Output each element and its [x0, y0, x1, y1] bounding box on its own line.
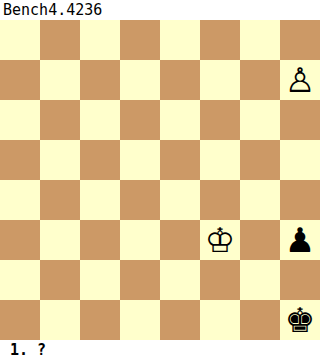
- square-a5[interactable]: [0, 140, 40, 180]
- square-b2[interactable]: [40, 260, 80, 300]
- square-e8[interactable]: [160, 20, 200, 60]
- square-f2[interactable]: [200, 260, 240, 300]
- square-g5[interactable]: [240, 140, 280, 180]
- square-b3[interactable]: [40, 220, 80, 260]
- position-title: Bench4.4236: [3, 1, 102, 20]
- square-h6[interactable]: [280, 100, 320, 140]
- square-a3[interactable]: [0, 220, 40, 260]
- square-c6[interactable]: [80, 100, 120, 140]
- square-h7[interactable]: ♙: [280, 60, 320, 100]
- square-f4[interactable]: [200, 180, 240, 220]
- square-c3[interactable]: [80, 220, 120, 260]
- square-g3[interactable]: [240, 220, 280, 260]
- square-a6[interactable]: [0, 100, 40, 140]
- square-d7[interactable]: [120, 60, 160, 100]
- square-g4[interactable]: [240, 180, 280, 220]
- square-e1[interactable]: [160, 300, 200, 340]
- square-f7[interactable]: [200, 60, 240, 100]
- square-g2[interactable]: [240, 260, 280, 300]
- square-c8[interactable]: [80, 20, 120, 60]
- square-c2[interactable]: [80, 260, 120, 300]
- square-f8[interactable]: [200, 20, 240, 60]
- square-d5[interactable]: [120, 140, 160, 180]
- square-f1[interactable]: [200, 300, 240, 340]
- square-d6[interactable]: [120, 100, 160, 140]
- square-h3[interactable]: ♟: [280, 220, 320, 260]
- square-a4[interactable]: [0, 180, 40, 220]
- square-h5[interactable]: [280, 140, 320, 180]
- black-pawn: ♟: [280, 220, 320, 260]
- square-g8[interactable]: [240, 20, 280, 60]
- square-e4[interactable]: [160, 180, 200, 220]
- square-f6[interactable]: [200, 100, 240, 140]
- square-a7[interactable]: [0, 60, 40, 100]
- square-c4[interactable]: [80, 180, 120, 220]
- move-prompt: 1. ?: [10, 340, 46, 360]
- black-king: ♚: [280, 300, 320, 340]
- square-d8[interactable]: [120, 20, 160, 60]
- square-c5[interactable]: [80, 140, 120, 180]
- square-a2[interactable]: [0, 260, 40, 300]
- square-f5[interactable]: [200, 140, 240, 180]
- square-e2[interactable]: [160, 260, 200, 300]
- square-b4[interactable]: [40, 180, 80, 220]
- square-f3[interactable]: ♔: [200, 220, 240, 260]
- square-b5[interactable]: [40, 140, 80, 180]
- square-d4[interactable]: [120, 180, 160, 220]
- square-h2[interactable]: [280, 260, 320, 300]
- square-b1[interactable]: [40, 300, 80, 340]
- square-b7[interactable]: [40, 60, 80, 100]
- square-e3[interactable]: [160, 220, 200, 260]
- square-d1[interactable]: [120, 300, 160, 340]
- square-d3[interactable]: [120, 220, 160, 260]
- white-king: ♔: [200, 220, 240, 260]
- white-pawn: ♙: [280, 60, 320, 100]
- square-e7[interactable]: [160, 60, 200, 100]
- square-a1[interactable]: [0, 300, 40, 340]
- square-g6[interactable]: [240, 100, 280, 140]
- square-h8[interactable]: [280, 20, 320, 60]
- square-c7[interactable]: [80, 60, 120, 100]
- chess-board: ♙♔♟♚: [0, 20, 320, 340]
- square-h4[interactable]: [280, 180, 320, 220]
- square-e6[interactable]: [160, 100, 200, 140]
- square-c1[interactable]: [80, 300, 120, 340]
- square-a8[interactable]: [0, 20, 40, 60]
- square-g7[interactable]: [240, 60, 280, 100]
- square-b6[interactable]: [40, 100, 80, 140]
- square-b8[interactable]: [40, 20, 80, 60]
- square-e5[interactable]: [160, 140, 200, 180]
- square-d2[interactable]: [120, 260, 160, 300]
- square-g1[interactable]: [240, 300, 280, 340]
- square-h1[interactable]: ♚: [280, 300, 320, 340]
